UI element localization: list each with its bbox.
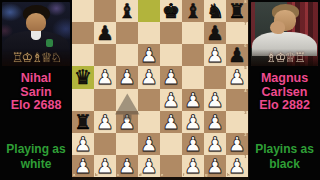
left-name-line-1: Nihal (0, 72, 72, 86)
board-bottom-edge (72, 177, 249, 180)
square-h1: ♟h1 (226, 155, 248, 177)
magnus-hand-on-chin (270, 21, 285, 34)
piece-white-pawn: ♟ (228, 156, 246, 176)
piece-white-pawn: ♟ (118, 112, 136, 132)
right-name-line-2: Carlsen (249, 86, 320, 100)
right-name-line-1: Magnus (249, 72, 320, 86)
photo-magnus-carlsen: ♗♔♕♖ (251, 2, 318, 66)
square-g5 (204, 66, 226, 88)
square-a5: ♛ (72, 66, 94, 88)
square-a6 (72, 44, 94, 66)
left-player-role: Playing as white (0, 142, 72, 171)
square-e1: e (160, 155, 182, 177)
piece-white-pawn: ♟ (162, 67, 180, 87)
piece-white-pawn: ♟ (206, 156, 224, 176)
piece-white-pawn: ♟ (118, 156, 136, 176)
square-d1: ♟d (138, 155, 160, 177)
square-c4 (116, 89, 138, 111)
piece-white-pawn: ♟ (184, 90, 202, 110)
piece-white-pawn: ♟ (140, 67, 158, 87)
piece-black-bishop: ♝ (118, 1, 136, 21)
photo-nihal-sarin: ♖♔♗♕♘ (2, 2, 70, 66)
square-g2: ♟ (204, 133, 226, 155)
square-c8: ♝ (116, 0, 138, 22)
square-a3: ♜ (72, 111, 94, 133)
piece-white-pawn: ♟ (228, 67, 246, 87)
square-a7 (72, 22, 94, 44)
square-b5: ♟ (94, 66, 116, 88)
square-g7: ♟ (204, 22, 226, 44)
piece-white-pawn: ♟ (140, 45, 158, 65)
piece-white-pawn: ♟ (140, 156, 158, 176)
thumbnail-stage: ♖♔♗♕♘ Nihal Sarin Elo 2688 Playing as wh… (0, 0, 320, 180)
square-f4: ♟ (182, 89, 204, 111)
piece-white-pawn: ♟ (162, 112, 180, 132)
right-player-name: Magnus Carlsen Elo 2882 (249, 72, 320, 113)
coord-rank-5: 5 (245, 66, 247, 70)
square-c1: ♟c (116, 155, 138, 177)
piece-black-king: ♚ (162, 1, 180, 21)
piece-white-pawn: ♟ (118, 67, 136, 87)
square-f8: ♝ (182, 0, 204, 22)
piece-black-pawn: ♟ (228, 45, 246, 65)
square-e7 (160, 22, 182, 44)
left-player-name: Nihal Sarin Elo 2688 (0, 72, 72, 113)
square-g1: ♟g (204, 155, 226, 177)
piece-black-rook: ♜ (228, 1, 246, 21)
piece-white-pawn: ♟ (96, 112, 114, 132)
coord-rank-3: 3 (245, 111, 247, 115)
square-f7 (182, 22, 204, 44)
coord-rank-1: 1 (245, 155, 247, 159)
square-d5: ♟ (138, 66, 160, 88)
square-e2 (160, 133, 182, 155)
square-d8 (138, 0, 160, 22)
blurred-chess-pieces-foreground: ♖♔♗♕♘ (2, 49, 70, 66)
square-a1: ♟a (72, 155, 94, 177)
square-e8: ♚ (160, 0, 182, 22)
square-h3: 3 (226, 111, 248, 133)
square-f6 (182, 44, 204, 66)
square-d6: ♟ (138, 44, 160, 66)
coord-rank-4: 4 (245, 89, 247, 93)
square-c7 (116, 22, 138, 44)
piece-white-pawn: ♟ (74, 134, 92, 154)
piece-black-rook: ♜ (74, 112, 92, 132)
right-role-line-1: Playins as (249, 142, 320, 157)
square-g3: ♟ (204, 111, 226, 133)
piece-white-pawn: ♟ (184, 112, 202, 132)
nihal-jacket-badge (46, 39, 53, 47)
coord-rank-2: 2 (245, 133, 247, 137)
right-player-role: Playins as black (249, 142, 320, 171)
right-player-elo: Elo 2882 (249, 99, 320, 113)
square-h7: 7 (226, 22, 248, 44)
square-f3: ♟ (182, 111, 204, 133)
left-player-elo: Elo 2688 (0, 99, 72, 113)
right-player-panel: ♗♔♕♖ Magnus Carlsen Elo 2882 Playins as … (249, 0, 320, 180)
square-f2: ♟ (182, 133, 204, 155)
chess-board-area: ♝♚♝♞♜8♟♟7♟♟♟6♛♟♟♟♟♟5♟♟♟4♜♟♟♟♟♟3♟♟♟♟♟2♟a♟… (72, 0, 249, 177)
piece-white-pawn: ♟ (96, 156, 114, 176)
right-role-line-2: black (249, 157, 320, 172)
square-b6 (94, 44, 116, 66)
left-role-line-2: white (0, 157, 72, 172)
square-b4 (94, 89, 116, 111)
piece-black-queen: ♛ (74, 67, 92, 87)
piece-black-pawn: ♟ (96, 23, 114, 43)
square-b8 (94, 0, 116, 22)
square-c3: ♟ (116, 111, 138, 133)
piece-white-pawn: ♟ (74, 156, 92, 176)
square-b3: ♟ (94, 111, 116, 133)
square-c6 (116, 44, 138, 66)
square-g6: ♟ (204, 44, 226, 66)
piece-white-pawn: ♟ (206, 45, 224, 65)
piece-black-pawn: ♟ (206, 23, 224, 43)
square-e6 (160, 44, 182, 66)
left-player-panel: ♖♔♗♕♘ Nihal Sarin Elo 2688 Playing as wh… (0, 0, 72, 180)
piece-white-pawn: ♟ (206, 90, 224, 110)
square-d4 (138, 89, 160, 111)
piece-white-pawn: ♟ (96, 67, 114, 87)
piece-white-pawn: ♟ (228, 134, 246, 154)
square-e3: ♟ (160, 111, 182, 133)
blurred-chess-pieces-foreground: ♗♔♕♖ (251, 49, 318, 66)
piece-white-pawn: ♟ (140, 134, 158, 154)
piece-white-pawn: ♟ (206, 134, 224, 154)
square-c5: ♟ (116, 66, 138, 88)
square-e5: ♟ (160, 66, 182, 88)
square-h5: ♟5 (226, 66, 248, 88)
nihal-face (26, 13, 46, 32)
square-d7 (138, 22, 160, 44)
square-g8: ♞ (204, 0, 226, 22)
square-b7: ♟ (94, 22, 116, 44)
coord-rank-6: 6 (245, 44, 247, 48)
square-f5 (182, 66, 204, 88)
coord-rank-8: 8 (245, 0, 247, 4)
square-c2 (116, 133, 138, 155)
square-h8: ♜8 (226, 0, 248, 22)
square-e4: ♟ (160, 89, 182, 111)
left-role-line-1: Playing as (0, 142, 72, 157)
square-a2: ♟ (72, 133, 94, 155)
square-d3 (138, 111, 160, 133)
piece-black-bishop: ♝ (184, 1, 202, 21)
piece-white-pawn: ♟ (184, 134, 202, 154)
piece-white-pawn: ♟ (184, 156, 202, 176)
square-h4: 4 (226, 89, 248, 111)
square-b1: ♟b (94, 155, 116, 177)
square-g4: ♟ (204, 89, 226, 111)
square-a8 (72, 0, 94, 22)
coord-rank-7: 7 (245, 22, 247, 26)
square-f1: ♟f (182, 155, 204, 177)
piece-black-knight: ♞ (206, 1, 224, 21)
square-d2: ♟ (138, 133, 160, 155)
square-a4 (72, 89, 94, 111)
nihal-shirt-collar (31, 31, 41, 40)
piece-white-pawn: ♟ (162, 90, 180, 110)
left-name-line-2: Sarin (0, 86, 72, 100)
square-b2 (94, 133, 116, 155)
square-h2: ♟2 (226, 133, 248, 155)
square-h6: ♟6 (226, 44, 248, 66)
chess-board: ♝♚♝♞♜8♟♟7♟♟♟6♛♟♟♟♟♟5♟♟♟4♜♟♟♟♟♟3♟♟♟♟♟2♟a♟… (72, 0, 249, 177)
piece-white-pawn: ♟ (206, 112, 224, 132)
